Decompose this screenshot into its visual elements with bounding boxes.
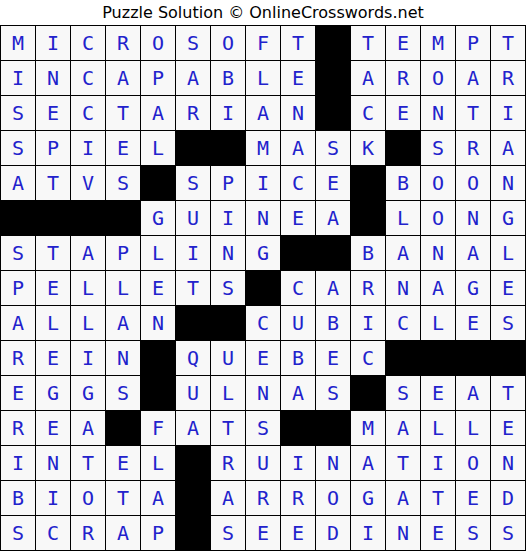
letter-cell-r3c12: E xyxy=(386,96,421,131)
letter-cell-r4c4: E xyxy=(106,131,141,166)
black-cell-r9c7 xyxy=(211,306,246,341)
letter-cell-r2c3: C xyxy=(71,61,106,96)
black-cell-r4c7 xyxy=(211,131,246,166)
letter-cell-r4c11: K xyxy=(351,131,386,166)
letter-cell-r15c15: S xyxy=(491,516,526,551)
letter-cell-r5c7: P xyxy=(211,166,246,201)
letter-cell-r14c14: E xyxy=(456,481,491,516)
letter-cell-r5c6: S xyxy=(176,166,211,201)
letter-cell-r15c5: P xyxy=(141,516,176,551)
letter-cell-r2c15: R xyxy=(491,61,526,96)
letter-cell-r12c11: M xyxy=(351,411,386,446)
letter-cell-r4c3: I xyxy=(71,131,106,166)
letter-cell-r8c11: R xyxy=(351,271,386,306)
letter-cell-r1c5: O xyxy=(141,26,176,61)
black-cell-r6c11 xyxy=(351,201,386,236)
letter-cell-r11c13: E xyxy=(421,376,456,411)
letter-cell-r9c1: A xyxy=(1,306,36,341)
letter-cell-r9c15: S xyxy=(491,306,526,341)
letter-cell-r1c8: F xyxy=(246,26,281,61)
letter-cell-r9c13: L xyxy=(421,306,456,341)
letter-cell-r5c1: A xyxy=(1,166,36,201)
black-cell-r12c9 xyxy=(281,411,316,446)
letter-cell-r1c7: O xyxy=(211,26,246,61)
letter-cell-r2c6: A xyxy=(176,61,211,96)
black-cell-r11c11 xyxy=(351,376,386,411)
letter-cell-r7c1: S xyxy=(1,236,36,271)
letter-cell-r11c10: S xyxy=(316,376,351,411)
letter-cell-r15c7: S xyxy=(211,516,246,551)
letter-cell-r7c2: T xyxy=(36,236,71,271)
letter-cell-r9c14: E xyxy=(456,306,491,341)
letter-cell-r6c12: L xyxy=(386,201,421,236)
letter-cell-r7c13: N xyxy=(421,236,456,271)
letter-cell-r2c11: A xyxy=(351,61,386,96)
letter-cell-r12c5: F xyxy=(141,411,176,446)
letter-cell-r12c15: E xyxy=(491,411,526,446)
black-cell-r4c12 xyxy=(386,131,421,166)
letter-cell-r3c11: C xyxy=(351,96,386,131)
letter-cell-r13c3: T xyxy=(71,446,106,481)
letter-cell-r3c7: I xyxy=(211,96,246,131)
letter-cell-r15c1: S xyxy=(1,516,36,551)
letter-cell-r5c8: I xyxy=(246,166,281,201)
letter-cell-r2c4: A xyxy=(106,61,141,96)
letter-cell-r6c6: U xyxy=(176,201,211,236)
letter-cell-r11c3: G xyxy=(71,376,106,411)
black-cell-r7c10 xyxy=(316,236,351,271)
black-cell-r14c6 xyxy=(176,481,211,516)
letter-cell-r12c3: A xyxy=(71,411,106,446)
letter-cell-r1c2: I xyxy=(36,26,71,61)
black-cell-r10c12 xyxy=(386,341,421,376)
letter-cell-r6c15: G xyxy=(491,201,526,236)
letter-cell-r7c15: L xyxy=(491,236,526,271)
letter-cell-r13c1: I xyxy=(1,446,36,481)
letter-cell-r9c4: A xyxy=(106,306,141,341)
letter-cell-r10c7: U xyxy=(211,341,246,376)
letter-cell-r5c13: O xyxy=(421,166,456,201)
black-cell-r6c4 xyxy=(106,201,141,236)
letter-cell-r2c12: R xyxy=(386,61,421,96)
letter-cell-r6c8: N xyxy=(246,201,281,236)
black-cell-r10c14 xyxy=(456,341,491,376)
letter-cell-r2c9: E xyxy=(281,61,316,96)
letter-cell-r14c11: G xyxy=(351,481,386,516)
letter-cell-r8c12: N xyxy=(386,271,421,306)
letter-cell-r7c14: A xyxy=(456,236,491,271)
letter-cell-r3c5: A xyxy=(141,96,176,131)
letter-cell-r1c9: T xyxy=(281,26,316,61)
letter-cell-r8c2: E xyxy=(36,271,71,306)
letter-cell-r7c11: B xyxy=(351,236,386,271)
black-cell-r5c5 xyxy=(141,166,176,201)
letter-cell-r8c5: E xyxy=(141,271,176,306)
black-cell-r7c9 xyxy=(281,236,316,271)
letter-cell-r7c6: I xyxy=(176,236,211,271)
letter-cell-r11c9: A xyxy=(281,376,316,411)
black-cell-r10c5 xyxy=(141,341,176,376)
letter-cell-r15c11: I xyxy=(351,516,386,551)
letter-cell-r1c14: P xyxy=(456,26,491,61)
letter-cell-r8c15: E xyxy=(491,271,526,306)
black-cell-r12c4 xyxy=(106,411,141,446)
letter-cell-r5c4: S xyxy=(106,166,141,201)
letter-cell-r1c4: R xyxy=(106,26,141,61)
letter-cell-r1c11: T xyxy=(351,26,386,61)
letter-cell-r13c8: U xyxy=(246,446,281,481)
letter-cell-r13c14: O xyxy=(456,446,491,481)
letter-cell-r13c10: N xyxy=(316,446,351,481)
letter-cell-r10c4: N xyxy=(106,341,141,376)
letter-cell-r9c5: N xyxy=(141,306,176,341)
letter-cell-r7c8: G xyxy=(246,236,281,271)
black-cell-r6c2 xyxy=(36,201,71,236)
letter-cell-r10c10: E xyxy=(316,341,351,376)
letter-cell-r8c9: C xyxy=(281,271,316,306)
letter-cell-r3c14: T xyxy=(456,96,491,131)
letter-cell-r11c4: S xyxy=(106,376,141,411)
letter-cell-r12c7: T xyxy=(211,411,246,446)
black-cell-r6c3 xyxy=(71,201,106,236)
letter-cell-r2c13: O xyxy=(421,61,456,96)
letter-cell-r7c5: L xyxy=(141,236,176,271)
letter-cell-r4c1: S xyxy=(1,131,36,166)
letter-cell-r14c4: T xyxy=(106,481,141,516)
letter-cell-r4c5: L xyxy=(141,131,176,166)
letter-cell-r8c3: L xyxy=(71,271,106,306)
letter-cell-r11c1: E xyxy=(1,376,36,411)
page-title: Puzzle Solution © OnlineCrosswords.net xyxy=(0,0,526,25)
letter-cell-r4c14: R xyxy=(456,131,491,166)
letter-cell-r5c14: O xyxy=(456,166,491,201)
letter-cell-r12c13: L xyxy=(421,411,456,446)
letter-cell-r14c13: T xyxy=(421,481,456,516)
letter-cell-r3c1: S xyxy=(1,96,36,131)
letter-cell-r15c12: N xyxy=(386,516,421,551)
letter-cell-r15c9: E xyxy=(281,516,316,551)
letter-cell-r14c5: A xyxy=(141,481,176,516)
letter-cell-r6c14: N xyxy=(456,201,491,236)
letter-cell-r14c7: A xyxy=(211,481,246,516)
letter-cell-r5c12: B xyxy=(386,166,421,201)
letter-cell-r7c3: A xyxy=(71,236,106,271)
black-cell-r13c6 xyxy=(176,446,211,481)
letter-cell-r10c11: C xyxy=(351,341,386,376)
letter-cell-r4c10: S xyxy=(316,131,351,166)
letter-cell-r7c4: P xyxy=(106,236,141,271)
letter-cell-r10c3: I xyxy=(71,341,106,376)
letter-cell-r5c2: T xyxy=(36,166,71,201)
black-cell-r6c1 xyxy=(1,201,36,236)
letter-cell-r15c3: R xyxy=(71,516,106,551)
letter-cell-r9c2: L xyxy=(36,306,71,341)
letter-cell-r11c6: U xyxy=(176,376,211,411)
letter-cell-r13c9: I xyxy=(281,446,316,481)
letter-cell-r13c2: N xyxy=(36,446,71,481)
letter-cell-r3c4: T xyxy=(106,96,141,131)
letter-cell-r10c2: E xyxy=(36,341,71,376)
letter-cell-r1c15: T xyxy=(491,26,526,61)
black-cell-r10c13 xyxy=(421,341,456,376)
letter-cell-r13c11: A xyxy=(351,446,386,481)
letter-cell-r5c3: V xyxy=(71,166,106,201)
letter-cell-r2c2: N xyxy=(36,61,71,96)
letter-cell-r6c7: I xyxy=(211,201,246,236)
letter-cell-r9c12: C xyxy=(386,306,421,341)
letter-cell-r8c6: T xyxy=(176,271,211,306)
letter-cell-r6c9: E xyxy=(281,201,316,236)
letter-cell-r6c13: O xyxy=(421,201,456,236)
letter-cell-r14c10: O xyxy=(316,481,351,516)
letter-cell-r12c14: L xyxy=(456,411,491,446)
letter-cell-r5c15: N xyxy=(491,166,526,201)
letter-cell-r3c3: C xyxy=(71,96,106,131)
letter-cell-r12c2: E xyxy=(36,411,71,446)
black-cell-r8c8 xyxy=(246,271,281,306)
black-cell-r5c11 xyxy=(351,166,386,201)
letter-cell-r14c1: B xyxy=(1,481,36,516)
letter-cell-r8c14: G xyxy=(456,271,491,306)
letter-cell-r10c6: Q xyxy=(176,341,211,376)
letter-cell-r5c10: E xyxy=(316,166,351,201)
letter-cell-r15c10: D xyxy=(316,516,351,551)
letter-cell-r8c10: A xyxy=(316,271,351,306)
letter-cell-r3c13: N xyxy=(421,96,456,131)
letter-cell-r14c12: A xyxy=(386,481,421,516)
letter-cell-r1c1: M xyxy=(1,26,36,61)
crossword-grid: MICROSOFTTEMPTINCAPABLEAROARSECTARIANCEN… xyxy=(0,25,526,551)
letter-cell-r11c7: L xyxy=(211,376,246,411)
letter-cell-r3c15: I xyxy=(491,96,526,131)
letter-cell-r3c6: R xyxy=(176,96,211,131)
letter-cell-r4c2: P xyxy=(36,131,71,166)
black-cell-r9c6 xyxy=(176,306,211,341)
letter-cell-r3c8: A xyxy=(246,96,281,131)
letter-cell-r11c12: S xyxy=(386,376,421,411)
black-cell-r1c10 xyxy=(316,26,351,61)
letter-cell-r13c5: L xyxy=(141,446,176,481)
letter-cell-r8c4: L xyxy=(106,271,141,306)
letter-cell-r15c4: A xyxy=(106,516,141,551)
letter-cell-r9c8: C xyxy=(246,306,281,341)
black-cell-r2c10 xyxy=(316,61,351,96)
letter-cell-r10c8: E xyxy=(246,341,281,376)
letter-cell-r1c3: C xyxy=(71,26,106,61)
letter-cell-r1c12: E xyxy=(386,26,421,61)
letter-cell-r2c5: P xyxy=(141,61,176,96)
letter-cell-r1c6: S xyxy=(176,26,211,61)
letter-cell-r2c7: B xyxy=(211,61,246,96)
letter-cell-r14c15: D xyxy=(491,481,526,516)
letter-cell-r5c9: C xyxy=(281,166,316,201)
letter-cell-r2c8: L xyxy=(246,61,281,96)
puzzle-solution-page: Puzzle Solution © OnlineCrosswords.net M… xyxy=(0,0,526,551)
letter-cell-r15c14: S xyxy=(456,516,491,551)
black-cell-r3c10 xyxy=(316,96,351,131)
letter-cell-r9c11: I xyxy=(351,306,386,341)
letter-cell-r14c3: O xyxy=(71,481,106,516)
letter-cell-r11c2: G xyxy=(36,376,71,411)
letter-cell-r11c14: A xyxy=(456,376,491,411)
letter-cell-r2c1: I xyxy=(1,61,36,96)
letter-cell-r12c8: S xyxy=(246,411,281,446)
letter-cell-r8c1: P xyxy=(1,271,36,306)
letter-cell-r2c14: A xyxy=(456,61,491,96)
black-cell-r11c5 xyxy=(141,376,176,411)
letter-cell-r9c9: U xyxy=(281,306,316,341)
letter-cell-r8c13: A xyxy=(421,271,456,306)
letter-cell-r10c1: R xyxy=(1,341,36,376)
letter-cell-r13c12: T xyxy=(386,446,421,481)
letter-cell-r11c15: T xyxy=(491,376,526,411)
letter-cell-r4c8: M xyxy=(246,131,281,166)
letter-cell-r15c13: E xyxy=(421,516,456,551)
letter-cell-r4c15: A xyxy=(491,131,526,166)
black-cell-r12c10 xyxy=(316,411,351,446)
letter-cell-r11c8: N xyxy=(246,376,281,411)
letter-cell-r14c9: R xyxy=(281,481,316,516)
black-cell-r4c6 xyxy=(176,131,211,166)
letter-cell-r15c2: C xyxy=(36,516,71,551)
letter-cell-r15c8: E xyxy=(246,516,281,551)
letter-cell-r14c2: I xyxy=(36,481,71,516)
letter-cell-r14c8: R xyxy=(246,481,281,516)
black-cell-r10c15 xyxy=(491,341,526,376)
letter-cell-r10c9: B xyxy=(281,341,316,376)
letter-cell-r13c4: E xyxy=(106,446,141,481)
letter-cell-r12c1: R xyxy=(1,411,36,446)
letter-cell-r9c10: B xyxy=(316,306,351,341)
letter-cell-r12c12: A xyxy=(386,411,421,446)
letter-cell-r4c13: S xyxy=(421,131,456,166)
letter-cell-r8c7: S xyxy=(211,271,246,306)
letter-cell-r13c13: I xyxy=(421,446,456,481)
letter-cell-r13c7: R xyxy=(211,446,246,481)
letter-cell-r3c2: E xyxy=(36,96,71,131)
letter-cell-r6c10: A xyxy=(316,201,351,236)
black-cell-r15c6 xyxy=(176,516,211,551)
letter-cell-r3c9: N xyxy=(281,96,316,131)
letter-cell-r7c7: N xyxy=(211,236,246,271)
letter-cell-r13c15: N xyxy=(491,446,526,481)
letter-cell-r7c12: A xyxy=(386,236,421,271)
letter-cell-r1c13: M xyxy=(421,26,456,61)
letter-cell-r6c5: G xyxy=(141,201,176,236)
letter-cell-r4c9: A xyxy=(281,131,316,166)
letter-cell-r12c6: A xyxy=(176,411,211,446)
letter-cell-r9c3: L xyxy=(71,306,106,341)
